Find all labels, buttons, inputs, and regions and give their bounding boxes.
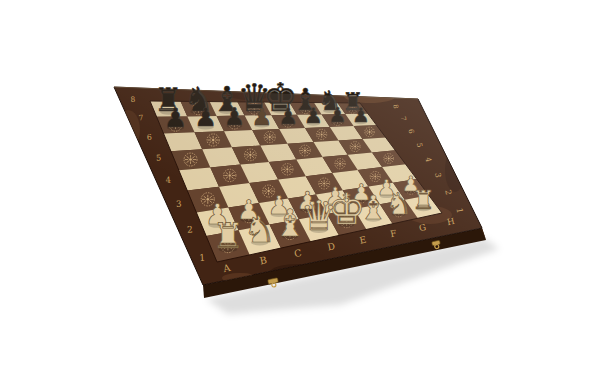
rank-label-left-3: 3 <box>176 199 182 209</box>
piece-black-pawn-a7[interactable]: ♟ <box>164 102 188 133</box>
piece-black-pawn-g7[interactable]: ♟ <box>328 103 346 127</box>
rank-label-left-7: 7 <box>138 113 144 122</box>
piece-black-pawn-e7[interactable]: ♟ <box>278 103 298 129</box>
piece-black-pawn-d7[interactable]: ♟ <box>251 103 272 130</box>
rank-label-left-4: 4 <box>165 175 171 185</box>
piece-white-rook-a1[interactable]: ♜ <box>212 215 243 256</box>
piece-white-bishop-c1[interactable]: ♝ <box>273 201 307 245</box>
piece-white-knight-g1[interactable]: ♞ <box>386 187 412 221</box>
rank-label-left-5: 5 <box>156 152 162 162</box>
rank-label-left-8: 8 <box>130 95 136 104</box>
rank-label-left-1: 1 <box>199 252 206 263</box>
piece-black-pawn-b7[interactable]: ♟ <box>194 102 217 132</box>
piece-white-knight-b1[interactable]: ♞ <box>243 208 276 251</box>
photo-scene: ABCDEFGH1122334455667788♜♞♝♚♛♝♞♜♟♟♟♟♟♟♟♟… <box>0 0 600 380</box>
piece-black-pawn-f7[interactable]: ♟ <box>304 103 323 128</box>
piece-white-rook-h1[interactable]: ♜ <box>412 185 435 215</box>
piece-black-pawn-c7[interactable]: ♟ <box>224 103 246 131</box>
chess-board: ABCDEFGH1122334455667788♜♞♝♚♛♝♞♜♟♟♟♟♟♟♟♟… <box>0 0 600 380</box>
rank-label-left-6: 6 <box>147 133 153 142</box>
piece-black-pawn-h7[interactable]: ♟ <box>352 104 370 127</box>
rank-label-left-2: 2 <box>187 224 193 234</box>
